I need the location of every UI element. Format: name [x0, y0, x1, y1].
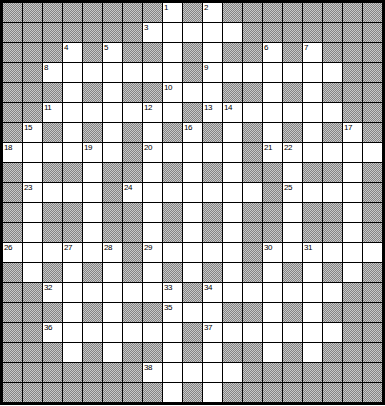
blocked-cell [323, 83, 342, 102]
white-cell[interactable] [143, 123, 162, 142]
white-cell[interactable] [43, 143, 62, 162]
clue-number: 34 [204, 283, 212, 292]
white-cell[interactable] [123, 63, 142, 82]
white-cell[interactable] [103, 263, 122, 282]
white-cell[interactable] [343, 163, 362, 182]
blocked-cell [3, 23, 22, 42]
white-cell[interactable] [223, 63, 242, 82]
white-cell[interactable] [103, 343, 122, 362]
blocked-cell [303, 363, 322, 382]
white-cell[interactable]: 29 [143, 243, 162, 262]
white-cell[interactable] [203, 143, 222, 162]
blocked-cell [243, 23, 262, 42]
blocked-cell [183, 343, 202, 362]
white-cell[interactable] [63, 63, 82, 82]
white-cell[interactable] [303, 63, 322, 82]
clue-number: 10 [164, 83, 172, 92]
white-cell[interactable] [303, 263, 322, 282]
white-cell[interactable] [223, 203, 242, 222]
white-cell[interactable] [83, 183, 102, 202]
white-cell[interactable] [103, 143, 122, 162]
white-cell[interactable] [283, 103, 302, 122]
white-cell[interactable] [23, 243, 42, 262]
white-cell[interactable] [143, 63, 162, 82]
white-cell[interactable] [103, 123, 122, 142]
white-cell[interactable] [283, 63, 302, 82]
white-cell[interactable]: 9 [203, 63, 222, 82]
white-cell[interactable]: 13 [203, 103, 222, 122]
white-cell[interactable] [303, 283, 322, 302]
blocked-cell [343, 303, 362, 322]
white-cell[interactable] [283, 223, 302, 242]
white-cell[interactable] [183, 83, 202, 102]
white-cell[interactable]: 37 [203, 323, 222, 342]
blocked-cell [363, 263, 382, 282]
blocked-cell [303, 223, 322, 242]
white-cell[interactable] [23, 203, 42, 222]
white-cell[interactable]: 27 [63, 243, 82, 262]
blocked-cell [123, 163, 142, 182]
white-cell[interactable] [163, 183, 182, 202]
white-cell[interactable] [223, 243, 242, 262]
white-cell[interactable] [163, 43, 182, 62]
white-cell[interactable] [343, 243, 362, 262]
white-cell[interactable] [123, 103, 142, 122]
white-cell[interactable]: 35 [163, 303, 182, 322]
white-cell[interactable] [63, 103, 82, 122]
blocked-cell [283, 263, 302, 282]
white-cell[interactable] [263, 343, 282, 362]
white-cell[interactable] [203, 83, 222, 102]
blocked-cell [223, 83, 242, 102]
blocked-cell [43, 43, 62, 62]
blocked-cell [43, 163, 62, 182]
blocked-cell [3, 63, 22, 82]
white-cell[interactable] [163, 343, 182, 362]
blocked-cell [263, 223, 282, 242]
blocked-cell [343, 323, 362, 342]
blocked-cell [283, 383, 302, 402]
white-cell[interactable]: 30 [263, 243, 282, 262]
blocked-cell [123, 383, 142, 402]
white-cell[interactable] [203, 363, 222, 382]
white-cell[interactable]: 14 [223, 103, 242, 122]
white-cell[interactable] [223, 223, 242, 242]
blocked-cell [363, 363, 382, 382]
blocked-cell [63, 3, 82, 22]
white-cell[interactable] [183, 363, 202, 382]
white-cell[interactable] [343, 183, 362, 202]
blocked-cell [63, 363, 82, 382]
blocked-cell [43, 223, 62, 242]
white-cell[interactable] [343, 143, 362, 162]
blocked-cell [43, 123, 62, 142]
white-cell[interactable] [103, 63, 122, 82]
white-cell[interactable]: 17 [343, 123, 362, 142]
white-cell[interactable] [343, 263, 362, 282]
blocked-cell [363, 43, 382, 62]
blocked-cell [23, 43, 42, 62]
white-cell[interactable] [323, 243, 342, 262]
white-cell[interactable] [303, 303, 322, 322]
white-cell[interactable] [143, 263, 162, 282]
blocked-cell [123, 123, 142, 142]
white-cell[interactable] [303, 103, 322, 122]
blocked-cell [3, 223, 22, 242]
blocked-cell [123, 143, 142, 162]
blocked-cell [223, 303, 242, 322]
blocked-cell [263, 363, 282, 382]
blocked-cell [23, 303, 42, 322]
white-cell[interactable] [83, 223, 102, 242]
white-cell[interactable] [183, 223, 202, 242]
white-cell[interactable] [243, 323, 262, 342]
white-cell[interactable] [183, 263, 202, 282]
white-cell[interactable] [163, 243, 182, 262]
clue-number: 14 [224, 103, 232, 112]
white-cell[interactable] [183, 183, 202, 202]
blocked-cell [343, 363, 362, 382]
white-cell[interactable] [103, 283, 122, 302]
white-cell[interactable] [163, 103, 182, 122]
white-cell[interactable]: 24 [123, 183, 142, 202]
white-cell[interactable] [63, 143, 82, 162]
white-cell[interactable] [23, 223, 42, 242]
white-cell[interactable] [83, 283, 102, 302]
clue-number: 21 [264, 143, 272, 152]
white-cell[interactable] [363, 143, 382, 162]
white-cell[interactable] [43, 183, 62, 202]
blocked-cell [303, 203, 322, 222]
blocked-cell [343, 3, 362, 22]
clue-number: 28 [104, 243, 112, 252]
white-cell[interactable] [83, 323, 102, 342]
blocked-cell [363, 303, 382, 322]
white-cell[interactable] [323, 323, 342, 342]
white-cell[interactable]: 15 [23, 123, 42, 142]
white-cell[interactable] [203, 23, 222, 42]
white-cell[interactable] [63, 303, 82, 322]
white-cell[interactable]: 36 [43, 323, 62, 342]
white-cell[interactable] [203, 343, 222, 362]
crossword-puzzle: 1234567891011121314151617181920212223242… [0, 0, 385, 405]
white-cell[interactable]: 28 [103, 243, 122, 262]
white-cell[interactable] [43, 243, 62, 262]
clue-number: 15 [24, 123, 32, 132]
white-cell[interactable]: 38 [143, 363, 162, 382]
blocked-cell [83, 383, 102, 402]
blocked-cell [23, 83, 42, 102]
white-cell[interactable] [203, 43, 222, 62]
white-cell[interactable] [143, 183, 162, 202]
white-cell[interactable] [23, 263, 42, 282]
white-cell[interactable] [23, 143, 42, 162]
white-cell[interactable] [183, 303, 202, 322]
blocked-cell [23, 363, 42, 382]
blocked-cell [123, 363, 142, 382]
white-cell[interactable]: 34 [203, 283, 222, 302]
blocked-cell [243, 263, 262, 282]
white-cell[interactable] [343, 223, 362, 242]
blocked-cell [203, 223, 222, 242]
white-cell[interactable] [63, 343, 82, 362]
white-cell[interactable] [63, 323, 82, 342]
blocked-cell [123, 243, 142, 262]
white-cell[interactable] [83, 243, 102, 262]
white-cell[interactable] [103, 303, 122, 322]
blocked-cell [183, 323, 202, 342]
white-cell[interactable] [243, 63, 262, 82]
white-cell[interactable]: 25 [283, 183, 302, 202]
white-cell[interactable]: 32 [43, 283, 62, 302]
clue-number: 26 [4, 243, 12, 252]
blocked-cell [103, 23, 122, 42]
white-cell[interactable]: 6 [263, 43, 282, 62]
white-cell[interactable] [323, 283, 342, 302]
white-cell[interactable] [123, 283, 142, 302]
blocked-cell [223, 343, 242, 362]
white-cell[interactable]: 8 [43, 63, 62, 82]
white-cell[interactable] [143, 223, 162, 242]
white-cell[interactable] [283, 243, 302, 262]
white-cell[interactable]: 31 [303, 243, 322, 262]
white-cell[interactable] [183, 163, 202, 182]
white-cell[interactable] [243, 283, 262, 302]
white-cell[interactable] [283, 323, 302, 342]
white-cell[interactable]: 20 [143, 143, 162, 162]
white-cell[interactable]: 3 [143, 23, 162, 42]
white-cell[interactable] [303, 123, 322, 142]
white-cell[interactable] [263, 263, 282, 282]
blocked-cell [283, 3, 302, 22]
white-cell[interactable]: 4 [63, 43, 82, 62]
white-cell[interactable] [183, 23, 202, 42]
white-cell[interactable] [203, 183, 222, 202]
white-cell[interactable]: 7 [303, 43, 322, 62]
white-cell[interactable] [163, 63, 182, 82]
blocked-cell [43, 23, 62, 42]
white-cell[interactable] [123, 323, 142, 342]
white-cell[interactable] [303, 143, 322, 162]
white-cell[interactable] [303, 343, 322, 362]
white-cell[interactable]: 26 [3, 243, 22, 262]
white-cell[interactable] [63, 263, 82, 282]
white-cell[interactable] [83, 103, 102, 122]
blocked-cell [23, 283, 42, 302]
white-cell[interactable] [163, 143, 182, 162]
clue-number: 23 [24, 183, 32, 192]
blocked-cell [183, 63, 202, 82]
white-cell[interactable] [223, 183, 242, 202]
blocked-cell [243, 3, 262, 22]
clue-number: 11 [44, 103, 51, 112]
white-cell[interactable]: 2 [203, 3, 222, 22]
blocked-cell [323, 3, 342, 22]
blocked-cell [123, 223, 142, 242]
white-cell[interactable] [83, 163, 102, 182]
white-cell[interactable] [23, 163, 42, 182]
blocked-cell [163, 203, 182, 222]
blocked-cell [203, 163, 222, 182]
blocked-cell [303, 383, 322, 402]
white-cell[interactable] [143, 163, 162, 182]
blocked-cell [83, 303, 102, 322]
white-cell[interactable] [83, 203, 102, 222]
blocked-cell [163, 263, 182, 282]
white-cell[interactable] [83, 63, 102, 82]
white-cell[interactable] [163, 363, 182, 382]
white-cell[interactable] [163, 23, 182, 42]
blocked-cell [243, 223, 262, 242]
blocked-cell [3, 123, 22, 142]
clue-number: 25 [284, 183, 292, 192]
white-cell[interactable] [263, 83, 282, 102]
white-cell[interactable]: 23 [23, 183, 42, 202]
white-cell[interactable] [243, 183, 262, 202]
white-cell[interactable] [343, 203, 362, 222]
white-cell[interactable]: 33 [163, 283, 182, 302]
white-cell[interactable] [303, 183, 322, 202]
white-cell[interactable] [243, 103, 262, 122]
blocked-cell [363, 163, 382, 182]
white-cell[interactable] [163, 383, 182, 402]
white-cell[interactable] [263, 323, 282, 342]
white-cell[interactable] [283, 283, 302, 302]
blocked-cell [123, 43, 142, 62]
white-cell[interactable] [263, 63, 282, 82]
blocked-cell [3, 103, 22, 122]
blocked-cell [163, 163, 182, 182]
blocked-cell [363, 83, 382, 102]
white-cell[interactable] [183, 243, 202, 262]
clue-number: 12 [144, 103, 152, 112]
white-cell[interactable] [223, 283, 242, 302]
white-cell[interactable] [203, 383, 222, 402]
blocked-cell [103, 163, 122, 182]
clue-number: 24 [124, 183, 132, 192]
white-cell[interactable] [183, 203, 202, 222]
white-cell[interactable] [223, 163, 242, 182]
blocked-cell [283, 303, 302, 322]
white-cell[interactable] [203, 303, 222, 322]
blocked-cell [103, 183, 122, 202]
blocked-cell [83, 43, 102, 62]
blocked-cell [243, 203, 262, 222]
white-cell[interactable]: 10 [163, 83, 182, 102]
white-cell[interactable] [363, 243, 382, 262]
blocked-cell [363, 3, 382, 22]
blocked-cell [263, 203, 282, 222]
clue-number: 18 [4, 143, 12, 152]
blocked-cell [303, 23, 322, 42]
blocked-cell [63, 223, 82, 242]
blocked-cell [43, 3, 62, 22]
blocked-cell [23, 383, 42, 402]
blocked-cell [183, 103, 202, 122]
white-cell[interactable] [103, 103, 122, 122]
white-cell[interactable] [323, 183, 342, 202]
blocked-cell [123, 3, 142, 22]
blocked-cell [263, 163, 282, 182]
white-cell[interactable] [303, 323, 322, 342]
white-cell[interactable] [223, 363, 242, 382]
blocked-cell [243, 243, 262, 262]
clue-number: 31 [304, 243, 312, 252]
white-cell[interactable] [223, 123, 242, 142]
blocked-cell [103, 3, 122, 22]
clue-number: 3 [144, 23, 148, 32]
blocked-cell [3, 83, 22, 102]
white-cell[interactable] [183, 143, 202, 162]
clue-number: 29 [144, 243, 152, 252]
white-cell[interactable] [263, 103, 282, 122]
white-cell[interactable] [223, 23, 242, 42]
white-cell[interactable] [203, 243, 222, 262]
white-cell[interactable] [103, 83, 122, 102]
white-cell[interactable]: 1 [163, 3, 182, 22]
white-cell[interactable] [283, 163, 302, 182]
white-cell[interactable]: 5 [103, 43, 122, 62]
white-cell[interactable] [263, 283, 282, 302]
white-cell[interactable] [323, 103, 342, 122]
blocked-cell [363, 223, 382, 242]
blocked-cell [343, 283, 362, 302]
white-cell[interactable] [263, 303, 282, 322]
white-cell[interactable] [263, 123, 282, 142]
white-cell[interactable] [223, 263, 242, 282]
white-cell[interactable] [63, 123, 82, 142]
white-cell[interactable] [143, 203, 162, 222]
white-cell[interactable] [283, 203, 302, 222]
white-cell[interactable] [63, 83, 82, 102]
white-cell[interactable] [303, 83, 322, 102]
white-cell[interactable]: 19 [83, 143, 102, 162]
white-cell[interactable] [63, 183, 82, 202]
white-cell[interactable] [143, 283, 162, 302]
blocked-cell [123, 303, 142, 322]
clue-number: 32 [44, 283, 52, 292]
blocked-cell [3, 183, 22, 202]
blocked-cell [123, 343, 142, 362]
white-cell[interactable] [163, 323, 182, 342]
blocked-cell [343, 343, 362, 362]
white-cell[interactable]: 12 [143, 103, 162, 122]
white-cell[interactable] [223, 143, 242, 162]
clue-number: 9 [204, 63, 208, 72]
white-cell[interactable]: 18 [3, 143, 22, 162]
clue-number: 5 [104, 43, 108, 52]
white-cell[interactable] [223, 323, 242, 342]
white-cell[interactable]: 21 [263, 143, 282, 162]
blocked-cell [63, 23, 82, 42]
blocked-cell [223, 3, 242, 22]
blocked-cell [163, 123, 182, 142]
blocked-cell [23, 23, 42, 42]
white-cell[interactable] [323, 63, 342, 82]
blocked-cell [183, 43, 202, 62]
white-cell[interactable]: 16 [183, 123, 202, 142]
white-cell[interactable] [323, 143, 342, 162]
blocked-cell [283, 83, 302, 102]
white-cell[interactable] [103, 323, 122, 342]
blocked-cell [83, 343, 102, 362]
blocked-cell [103, 383, 122, 402]
blocked-cell [283, 343, 302, 362]
white-cell[interactable] [143, 323, 162, 342]
white-cell[interactable]: 22 [283, 143, 302, 162]
white-cell[interactable] [63, 283, 82, 302]
white-cell[interactable]: 11 [43, 103, 62, 122]
